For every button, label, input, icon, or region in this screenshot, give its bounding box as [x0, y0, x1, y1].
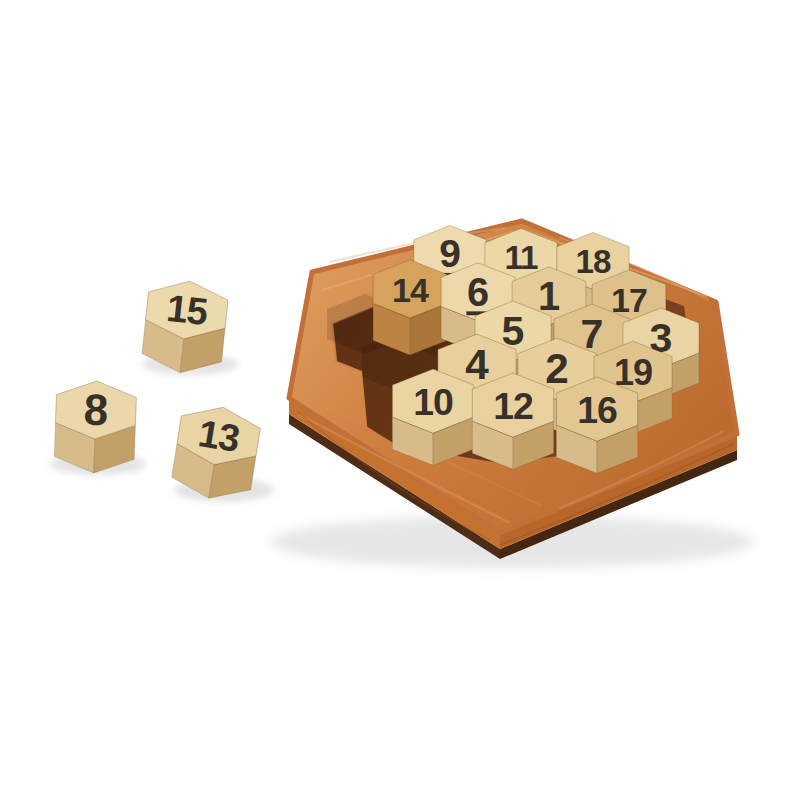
tile-1-label: 1: [538, 274, 560, 318]
tile-4-label: 4: [465, 341, 489, 388]
tile-18-label: 18: [575, 243, 611, 280]
tile-16-label: 16: [577, 389, 617, 431]
tray-tile-8[interactable]: 8: [54, 380, 137, 475]
tile-6-label: 6: [467, 270, 489, 314]
tile-9-label: 9: [439, 232, 461, 275]
tile-17-label: 17: [611, 281, 647, 319]
tile-14[interactable]: 14: [373, 260, 447, 355]
tile-14-label: 14: [392, 271, 429, 309]
puzzle-product-photo: 9 11 18 14 6: [0, 0, 800, 800]
tile-11-label: 11: [504, 239, 538, 276]
tile-2-label: 2: [545, 345, 568, 392]
tile-16[interactable]: 16: [556, 377, 637, 473]
tile-10-label: 10: [413, 381, 453, 423]
tray-tile-8-label: 8: [83, 385, 109, 435]
scene-svg: 9 11 18 14 6: [0, 0, 800, 800]
tray-tile-13-label: 13: [196, 412, 242, 460]
tray-tile-15-label: 15: [165, 287, 210, 333]
tile-12[interactable]: 12: [472, 373, 553, 469]
tile-12-label: 12: [493, 385, 533, 427]
tile-10[interactable]: 10: [392, 369, 473, 465]
